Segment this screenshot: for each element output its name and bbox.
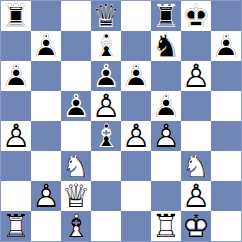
black-queen-fill-glyph: ♛ [91,1,121,31]
square-g6[interactable]: ♟♙ [181,61,211,91]
square-b3[interactable] [31,151,61,181]
white-knight-outline-glyph: ♘ [181,151,211,181]
black-queen-outline-glyph: ♕ [91,1,121,31]
black-pawn-outline-glyph: ♙ [121,61,151,91]
white-pawn-fill-glyph: ♟ [151,121,181,151]
square-c8[interactable] [61,1,91,31]
square-e1[interactable] [121,211,151,241]
black-rook-piece[interactable]: ♜♖ [151,1,181,31]
square-h3[interactable] [211,151,241,181]
square-h1[interactable] [211,211,241,241]
black-pawn-outline-glyph: ♙ [31,31,61,61]
square-a4[interactable]: ♟♙ [1,121,31,151]
white-pawn-piece[interactable]: ♟♙ [91,91,121,121]
square-c7[interactable] [61,31,91,61]
black-bishop-piece[interactable]: ♝♗ [91,31,121,61]
square-h7[interactable]: ♟♙ [211,31,241,61]
square-e6[interactable]: ♟♙ [121,61,151,91]
square-a7[interactable] [1,31,31,61]
white-pawn-piece[interactable]: ♟♙ [181,181,211,211]
square-h2[interactable] [211,181,241,211]
white-queen-piece[interactable]: ♛♕ [61,181,91,211]
square-h4[interactable] [211,121,241,151]
white-pawn-outline-glyph: ♙ [91,91,121,121]
black-pawn-piece[interactable]: ♟♙ [91,61,121,91]
white-king-piece[interactable]: ♚♔ [181,211,211,241]
white-pawn-piece[interactable]: ♟♙ [151,121,181,151]
black-rook-piece[interactable]: ♜♖ [1,1,31,31]
black-pawn-fill-glyph: ♟ [1,61,31,91]
white-pawn-fill-glyph: ♟ [31,181,61,211]
white-bishop-fill-glyph: ♝ [61,211,91,241]
white-rook-outline-glyph: ♖ [151,211,181,241]
square-g8[interactable]: ♚♔ [181,1,211,31]
black-pawn-piece[interactable]: ♟♙ [61,91,91,121]
black-pawn-outline-glyph: ♙ [61,91,91,121]
square-f8[interactable]: ♜♖ [151,1,181,31]
black-bishop-fill-glyph: ♝ [91,31,121,61]
white-knight-piece[interactable]: ♞♘ [61,151,91,181]
white-king-fill-glyph: ♚ [181,211,211,241]
square-d2[interactable] [91,181,121,211]
black-bishop-piece[interactable]: ♝♗ [91,121,121,151]
square-a3[interactable] [1,151,31,181]
white-king-outline-glyph: ♔ [181,211,211,241]
black-pawn-piece[interactable]: ♟♙ [151,91,181,121]
square-d4[interactable]: ♝♗ [91,121,121,151]
square-c5[interactable]: ♟♙ [61,91,91,121]
square-e8[interactable] [121,1,151,31]
black-pawn-fill-glyph: ♟ [121,61,151,91]
square-f4[interactable]: ♟♙ [151,121,181,151]
square-b2[interactable]: ♟♙ [31,181,61,211]
black-knight-fill-glyph: ♞ [151,31,181,61]
chess-board: ♜♖♛♕♜♖♚♔♟♙♝♗♞♘♟♙♟♙♟♙♟♙♟♙♟♙♟♙♟♙♟♙♝♗♟♙♟♙♞♘… [0,0,242,242]
white-knight-fill-glyph: ♞ [61,151,91,181]
black-knight-outline-glyph: ♘ [151,31,181,61]
square-a1[interactable]: ♜♖ [1,211,31,241]
white-pawn-outline-glyph: ♙ [1,121,31,151]
square-b4[interactable] [31,121,61,151]
white-pawn-piece[interactable]: ♟♙ [1,121,31,151]
white-queen-outline-glyph: ♕ [61,181,91,211]
square-d3[interactable] [91,151,121,181]
white-pawn-outline-glyph: ♙ [31,181,61,211]
square-f2[interactable] [151,181,181,211]
square-b5[interactable] [31,91,61,121]
white-knight-outline-glyph: ♘ [61,151,91,181]
black-rook-outline-glyph: ♖ [151,1,181,31]
square-b7[interactable]: ♟♙ [31,31,61,61]
square-b6[interactable] [31,61,61,91]
square-c1[interactable]: ♝♗ [61,211,91,241]
square-d6[interactable]: ♟♙ [91,61,121,91]
black-pawn-outline-glyph: ♙ [1,61,31,91]
black-bishop-outline-glyph: ♗ [91,121,121,151]
black-king-fill-glyph: ♚ [181,1,211,31]
white-bishop-piece[interactable]: ♝♗ [61,211,91,241]
black-pawn-fill-glyph: ♟ [91,61,121,91]
square-f5[interactable]: ♟♙ [151,91,181,121]
square-g4[interactable] [181,121,211,151]
square-g7[interactable] [181,31,211,61]
black-bishop-fill-glyph: ♝ [91,121,121,151]
white-pawn-outline-glyph: ♙ [151,121,181,151]
black-pawn-outline-glyph: ♙ [91,61,121,91]
white-rook-fill-glyph: ♜ [151,211,181,241]
black-pawn-outline-glyph: ♙ [211,31,241,61]
square-g5[interactable] [181,91,211,121]
white-pawn-outline-glyph: ♙ [181,61,211,91]
black-rook-fill-glyph: ♜ [151,1,181,31]
square-f3[interactable] [151,151,181,181]
square-d1[interactable] [91,211,121,241]
black-pawn-outline-glyph: ♙ [151,91,181,121]
square-a2[interactable] [1,181,31,211]
square-a8[interactable]: ♜♖ [1,1,31,31]
black-pawn-fill-glyph: ♟ [151,91,181,121]
square-f7[interactable]: ♞♘ [151,31,181,61]
square-a5[interactable] [1,91,31,121]
square-e3[interactable] [121,151,151,181]
white-rook-outline-glyph: ♖ [1,211,31,241]
black-bishop-outline-glyph: ♗ [91,31,121,61]
white-rook-piece[interactable]: ♜♖ [1,211,31,241]
black-knight-piece[interactable]: ♞♘ [151,31,181,61]
white-rook-piece[interactable]: ♜♖ [151,211,181,241]
black-pawn-piece[interactable]: ♟♙ [1,61,31,91]
black-pawn-fill-glyph: ♟ [61,91,91,121]
square-d8[interactable]: ♛♕ [91,1,121,31]
black-rook-outline-glyph: ♖ [1,1,31,31]
black-queen-piece[interactable]: ♛♕ [91,1,121,31]
white-pawn-outline-glyph: ♙ [181,181,211,211]
square-a6[interactable]: ♟♙ [1,61,31,91]
white-rook-fill-glyph: ♜ [1,211,31,241]
square-h5[interactable] [211,91,241,121]
square-d7[interactable]: ♝♗ [91,31,121,61]
square-b8[interactable] [31,1,61,31]
white-knight-fill-glyph: ♞ [181,151,211,181]
white-pawn-fill-glyph: ♟ [181,61,211,91]
square-c4[interactable] [61,121,91,151]
square-e7[interactable] [121,31,151,61]
square-b1[interactable] [31,211,61,241]
square-h6[interactable] [211,61,241,91]
square-g3[interactable]: ♞♘ [181,151,211,181]
square-e4[interactable]: ♟♙ [121,121,151,151]
square-f1[interactable]: ♜♖ [151,211,181,241]
black-king-outline-glyph: ♔ [181,1,211,31]
square-d5[interactable]: ♟♙ [91,91,121,121]
white-knight-piece[interactable]: ♞♘ [181,151,211,181]
black-rook-fill-glyph: ♜ [1,1,31,31]
white-pawn-piece[interactable]: ♟♙ [121,121,151,151]
white-pawn-fill-glyph: ♟ [121,121,151,151]
white-pawn-fill-glyph: ♟ [181,181,211,211]
white-queen-fill-glyph: ♛ [61,181,91,211]
white-pawn-fill-glyph: ♟ [1,121,31,151]
black-pawn-piece[interactable]: ♟♙ [31,31,61,61]
square-f6[interactable] [151,61,181,91]
square-e2[interactable] [121,181,151,211]
square-g2[interactable]: ♟♙ [181,181,211,211]
black-pawn-piece[interactable]: ♟♙ [211,31,241,61]
white-pawn-piece[interactable]: ♟♙ [31,181,61,211]
square-c2[interactable]: ♛♕ [61,181,91,211]
square-c6[interactable] [61,61,91,91]
square-c3[interactable]: ♞♘ [61,151,91,181]
square-e5[interactable] [121,91,151,121]
black-pawn-fill-glyph: ♟ [211,31,241,61]
black-pawn-piece[interactable]: ♟♙ [121,61,151,91]
black-pawn-fill-glyph: ♟ [31,31,61,61]
white-pawn-outline-glyph: ♙ [121,121,151,151]
square-g1[interactable]: ♚♔ [181,211,211,241]
square-h8[interactable] [211,1,241,31]
white-pawn-piece[interactable]: ♟♙ [181,61,211,91]
white-pawn-fill-glyph: ♟ [91,91,121,121]
white-bishop-outline-glyph: ♗ [61,211,91,241]
black-king-piece[interactable]: ♚♔ [181,1,211,31]
